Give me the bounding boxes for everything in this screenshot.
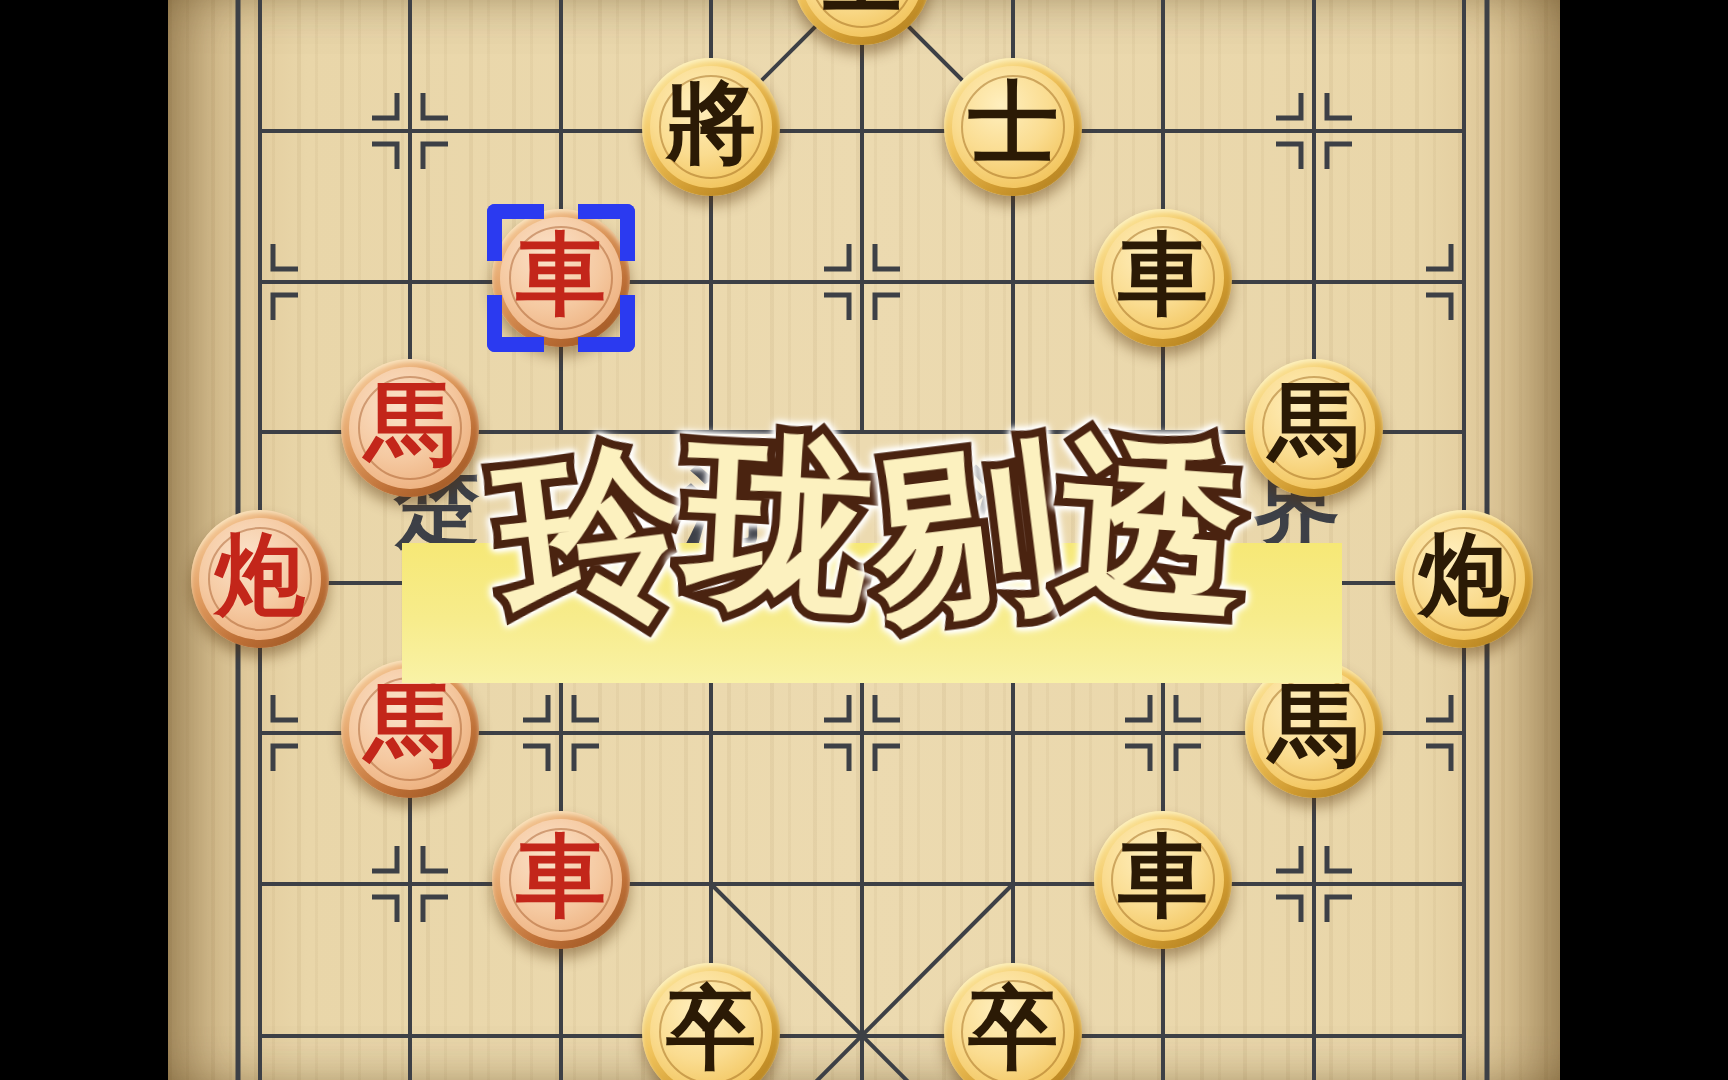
point-marker bbox=[1426, 746, 1451, 771]
point-marker bbox=[523, 746, 548, 771]
piece-character: 炮 bbox=[191, 507, 329, 645]
point-marker bbox=[1327, 846, 1352, 871]
point-marker bbox=[372, 897, 397, 922]
title-char: 透 bbox=[1052, 428, 1251, 627]
point-marker bbox=[1276, 897, 1301, 922]
point-marker bbox=[824, 295, 849, 320]
piece-black-general[interactable]: 將 bbox=[642, 58, 780, 196]
point-marker bbox=[523, 695, 548, 720]
point-marker bbox=[875, 244, 900, 269]
point-marker bbox=[1426, 695, 1451, 720]
piece-character: 車 bbox=[492, 206, 630, 344]
point-marker bbox=[574, 746, 599, 771]
piece-red-chariot[interactable]: 車 bbox=[492, 811, 630, 949]
video-frame: 楚 河 漢 界 士將士車車馬馬炮炮馬馬車車卒卒 玲 珑 剔 透 bbox=[0, 0, 1728, 1080]
piece-black-advisor[interactable]: 士 bbox=[944, 58, 1082, 196]
point-marker bbox=[1276, 93, 1301, 118]
point-marker bbox=[1426, 244, 1451, 269]
piece-black-soldier[interactable]: 卒 bbox=[642, 963, 780, 1080]
piece-black-cannon[interactable]: 炮 bbox=[1395, 510, 1533, 648]
piece-red-chariot[interactable]: 車 bbox=[492, 209, 630, 347]
point-marker bbox=[273, 295, 298, 320]
point-marker bbox=[1327, 897, 1352, 922]
point-marker bbox=[273, 695, 298, 720]
piece-black-advisor[interactable]: 士 bbox=[793, 0, 931, 45]
piece-character: 士 bbox=[944, 55, 1082, 193]
point-marker bbox=[875, 746, 900, 771]
point-marker bbox=[372, 93, 397, 118]
piece-black-chariot[interactable]: 車 bbox=[1094, 209, 1232, 347]
point-marker bbox=[273, 244, 298, 269]
point-marker bbox=[824, 244, 849, 269]
point-marker bbox=[574, 695, 599, 720]
point-marker bbox=[1327, 93, 1352, 118]
title-char: 剔 bbox=[862, 428, 1069, 635]
point-marker bbox=[824, 746, 849, 771]
piece-character: 卒 bbox=[944, 960, 1082, 1080]
piece-character: 炮 bbox=[1395, 507, 1533, 645]
piece-black-soldier[interactable]: 卒 bbox=[944, 963, 1082, 1080]
point-marker bbox=[423, 93, 448, 118]
point-marker bbox=[1327, 144, 1352, 169]
piece-character: 卒 bbox=[642, 960, 780, 1080]
title-char: 珑 bbox=[682, 426, 877, 621]
point-marker bbox=[1176, 746, 1201, 771]
piece-character: 將 bbox=[642, 55, 780, 193]
piece-character: 車 bbox=[492, 808, 630, 946]
point-marker bbox=[824, 695, 849, 720]
title-char: 玲 bbox=[490, 432, 697, 639]
point-marker bbox=[372, 144, 397, 169]
point-marker bbox=[1276, 846, 1301, 871]
point-marker bbox=[1176, 695, 1201, 720]
point-marker bbox=[1426, 295, 1451, 320]
piece-black-chariot[interactable]: 車 bbox=[1094, 811, 1232, 949]
point-marker bbox=[875, 695, 900, 720]
point-marker bbox=[372, 846, 397, 871]
piece-character: 士 bbox=[793, 0, 931, 42]
piece-character: 車 bbox=[1094, 808, 1232, 946]
point-marker bbox=[1125, 746, 1150, 771]
point-marker bbox=[1276, 144, 1301, 169]
piece-red-cannon[interactable]: 炮 bbox=[191, 510, 329, 648]
point-marker bbox=[1125, 695, 1150, 720]
point-marker bbox=[423, 897, 448, 922]
point-marker bbox=[273, 746, 298, 771]
point-marker bbox=[875, 295, 900, 320]
point-marker bbox=[423, 846, 448, 871]
letterbox-right bbox=[1560, 0, 1728, 1080]
letterbox-left bbox=[0, 0, 168, 1080]
point-marker bbox=[423, 144, 448, 169]
piece-character: 車 bbox=[1094, 206, 1232, 344]
title-overlay: 玲 珑 剔 透 bbox=[402, 398, 1342, 660]
